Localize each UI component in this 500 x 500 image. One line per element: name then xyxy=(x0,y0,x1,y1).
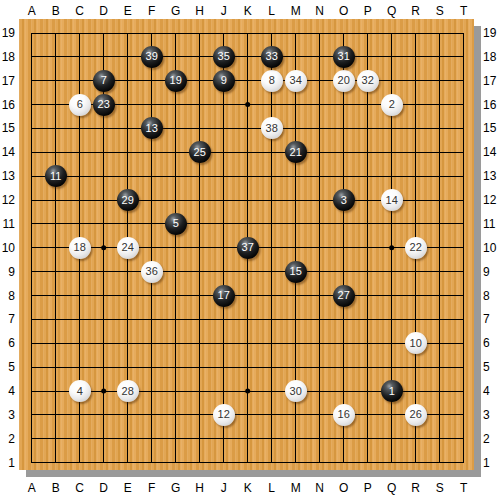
stone-white-4-C4: 4 xyxy=(69,380,91,402)
move-number: 24 xyxy=(122,242,134,253)
stone-white-38-L15: 38 xyxy=(261,117,283,139)
coord-label-top-D: D xyxy=(95,4,113,18)
coord-label-top-K: K xyxy=(239,4,257,18)
coord-label-top-C: C xyxy=(71,4,89,18)
coord-label-left-6: 6 xyxy=(0,336,15,350)
move-number: 7 xyxy=(101,75,107,86)
coord-label-bottom-S: S xyxy=(431,481,449,495)
coord-label-top-H: H xyxy=(191,4,209,18)
coord-label-left-18: 18 xyxy=(0,50,15,64)
stone-black-19-G17: 19 xyxy=(165,70,187,92)
move-number: 3 xyxy=(341,195,347,206)
coord-label-right-7: 7 xyxy=(483,312,500,326)
stone-black-25-H14: 25 xyxy=(189,141,211,163)
coord-label-left-1: 1 xyxy=(0,456,15,470)
move-number: 25 xyxy=(194,147,206,158)
coord-label-bottom-G: G xyxy=(167,481,185,495)
go-diagram: 1234567891011121314151617181920212223242… xyxy=(0,0,500,500)
move-number: 20 xyxy=(338,75,350,86)
coord-label-bottom-K: K xyxy=(239,481,257,495)
move-number: 38 xyxy=(266,123,278,134)
coord-label-bottom-A: A xyxy=(23,481,41,495)
coord-label-right-18: 18 xyxy=(483,50,500,64)
coord-label-left-8: 8 xyxy=(0,289,15,303)
coord-label-right-3: 3 xyxy=(483,408,500,422)
stone-black-1-Q4: 1 xyxy=(381,380,403,402)
coord-label-bottom-N: N xyxy=(311,481,329,495)
coord-label-right-9: 9 xyxy=(483,265,500,279)
coord-label-bottom-J: J xyxy=(215,481,233,495)
stone-white-34-M17: 34 xyxy=(285,70,307,92)
coord-label-left-4: 4 xyxy=(0,384,15,398)
coord-label-left-10: 10 xyxy=(0,241,15,255)
stone-white-12-J3: 12 xyxy=(213,404,235,426)
coord-label-right-13: 13 xyxy=(483,169,500,183)
stone-black-11-B13: 11 xyxy=(45,165,67,187)
move-number: 1 xyxy=(389,386,395,397)
move-number: 8 xyxy=(269,75,275,86)
coord-label-left-2: 2 xyxy=(0,432,15,446)
move-number: 17 xyxy=(218,290,230,301)
coord-label-top-O: O xyxy=(335,4,353,18)
coord-label-left-19: 19 xyxy=(0,26,15,40)
coord-label-bottom-P: P xyxy=(359,481,377,495)
coord-label-left-15: 15 xyxy=(0,121,15,135)
coord-label-top-M: M xyxy=(287,4,305,18)
coord-label-right-10: 10 xyxy=(483,241,500,255)
coord-label-right-16: 16 xyxy=(483,98,500,112)
stone-white-30-M4: 30 xyxy=(285,380,307,402)
coord-label-top-B: B xyxy=(47,4,65,18)
stone-black-17-J8: 17 xyxy=(213,285,235,307)
stone-black-5-G11: 5 xyxy=(165,213,187,235)
go-board[interactable]: 1234567891011121314151617181920212223242… xyxy=(19,19,474,470)
star-point-D10 xyxy=(101,245,106,250)
star-point-Q10 xyxy=(389,245,394,250)
coord-label-left-3: 3 xyxy=(0,408,15,422)
stone-white-26-R3: 26 xyxy=(405,404,427,426)
coord-label-top-Q: Q xyxy=(383,4,401,18)
stone-white-22-R10: 22 xyxy=(405,237,427,259)
coord-label-right-2: 2 xyxy=(483,432,500,446)
move-number: 21 xyxy=(290,147,302,158)
coord-label-right-15: 15 xyxy=(483,121,500,135)
move-number: 4 xyxy=(77,386,83,397)
stone-black-29-E12: 29 xyxy=(117,189,139,211)
move-number: 23 xyxy=(98,99,110,110)
move-number: 35 xyxy=(218,51,230,62)
star-point-D4 xyxy=(101,389,106,394)
move-number: 6 xyxy=(77,99,83,110)
coord-label-top-F: F xyxy=(143,4,161,18)
move-number: 18 xyxy=(74,242,86,253)
stone-black-37-K10: 37 xyxy=(237,237,259,259)
move-number: 32 xyxy=(362,75,374,86)
coord-label-top-S: S xyxy=(431,4,449,18)
coord-label-left-13: 13 xyxy=(0,169,15,183)
stone-white-36-F9: 36 xyxy=(141,261,163,283)
stone-white-10-R6: 10 xyxy=(405,332,427,354)
stone-black-7-D17: 7 xyxy=(93,70,115,92)
stone-white-28-E4: 28 xyxy=(117,380,139,402)
coord-label-left-11: 11 xyxy=(0,217,15,231)
stone-black-13-F15: 13 xyxy=(141,117,163,139)
stone-black-31-O18: 31 xyxy=(333,46,355,68)
coord-label-bottom-B: B xyxy=(47,481,65,495)
move-number: 29 xyxy=(122,195,134,206)
stone-black-39-F18: 39 xyxy=(141,46,163,68)
move-number: 11 xyxy=(50,171,61,182)
move-number: 9 xyxy=(221,75,227,86)
coord-label-bottom-R: R xyxy=(407,481,425,495)
move-number: 33 xyxy=(266,51,278,62)
coord-label-bottom-O: O xyxy=(335,481,353,495)
coord-label-left-17: 17 xyxy=(0,74,15,88)
move-number: 5 xyxy=(173,218,179,229)
move-number: 13 xyxy=(146,123,158,134)
coord-label-left-14: 14 xyxy=(0,145,15,159)
coord-label-left-7: 7 xyxy=(0,312,15,326)
stone-white-20-O17: 20 xyxy=(333,70,355,92)
stone-black-9-J17: 9 xyxy=(213,70,235,92)
coord-label-right-6: 6 xyxy=(483,336,500,350)
coord-label-left-12: 12 xyxy=(0,193,15,207)
coord-label-right-12: 12 xyxy=(483,193,500,207)
coord-label-top-N: N xyxy=(311,4,329,18)
coord-label-bottom-L: L xyxy=(263,481,281,495)
move-number: 12 xyxy=(218,409,230,420)
move-number: 16 xyxy=(338,409,350,420)
coord-label-bottom-D: D xyxy=(95,481,113,495)
coord-label-right-19: 19 xyxy=(483,26,500,40)
stone-black-35-J18: 35 xyxy=(213,46,235,68)
move-number: 34 xyxy=(290,75,302,86)
stone-white-2-Q16: 2 xyxy=(381,94,403,116)
coord-label-bottom-C: C xyxy=(71,481,89,495)
coord-label-bottom-Q: Q xyxy=(383,481,401,495)
coord-label-right-8: 8 xyxy=(483,289,500,303)
stone-black-33-L18: 33 xyxy=(261,46,283,68)
coord-label-top-L: L xyxy=(263,4,281,18)
move-number: 14 xyxy=(386,195,398,206)
coord-label-bottom-M: M xyxy=(287,481,305,495)
stone-white-16-O3: 16 xyxy=(333,404,355,426)
coord-label-left-9: 9 xyxy=(0,265,15,279)
star-point-K16 xyxy=(245,102,250,107)
stone-white-32-P17: 32 xyxy=(357,70,379,92)
move-number: 31 xyxy=(338,51,350,62)
move-number: 2 xyxy=(389,99,395,110)
stone-black-15-M9: 15 xyxy=(285,261,307,283)
move-number: 30 xyxy=(290,386,302,397)
move-number: 27 xyxy=(338,290,350,301)
coord-label-top-G: G xyxy=(167,4,185,18)
coord-label-top-A: A xyxy=(23,4,41,18)
coord-label-top-R: R xyxy=(407,4,425,18)
coord-label-top-P: P xyxy=(359,4,377,18)
stone-white-14-Q12: 14 xyxy=(381,189,403,211)
star-point-K4 xyxy=(245,389,250,394)
stone-black-23-D16: 23 xyxy=(93,94,115,116)
move-number: 19 xyxy=(170,75,182,86)
coord-label-bottom-T: T xyxy=(455,481,473,495)
coord-label-top-J: J xyxy=(215,4,233,18)
stone-white-24-E10: 24 xyxy=(117,237,139,259)
coord-label-right-5: 5 xyxy=(483,360,500,374)
coord-label-bottom-F: F xyxy=(143,481,161,495)
coord-label-left-5: 5 xyxy=(0,360,15,374)
stone-black-21-M14: 21 xyxy=(285,141,307,163)
coord-label-bottom-H: H xyxy=(191,481,209,495)
stone-black-27-O8: 27 xyxy=(333,285,355,307)
coord-label-right-1: 1 xyxy=(483,456,500,470)
stone-white-18-C10: 18 xyxy=(69,237,91,259)
move-number: 37 xyxy=(242,242,254,253)
coord-label-right-14: 14 xyxy=(483,145,500,159)
stone-black-3-O12: 3 xyxy=(333,189,355,211)
coord-label-right-11: 11 xyxy=(483,217,500,231)
move-number: 15 xyxy=(290,266,302,277)
move-number: 26 xyxy=(410,409,422,420)
move-number: 28 xyxy=(122,386,134,397)
move-number: 10 xyxy=(410,338,422,349)
coord-label-top-T: T xyxy=(455,4,473,18)
move-number: 36 xyxy=(146,266,158,277)
stone-white-8-L17: 8 xyxy=(261,70,283,92)
coord-label-left-16: 16 xyxy=(0,98,15,112)
move-number: 22 xyxy=(410,242,422,253)
coord-label-top-E: E xyxy=(119,4,137,18)
coord-label-bottom-E: E xyxy=(119,481,137,495)
coord-label-right-17: 17 xyxy=(483,74,500,88)
coord-label-right-4: 4 xyxy=(483,384,500,398)
stone-white-6-C16: 6 xyxy=(69,94,91,116)
move-number: 39 xyxy=(146,51,158,62)
